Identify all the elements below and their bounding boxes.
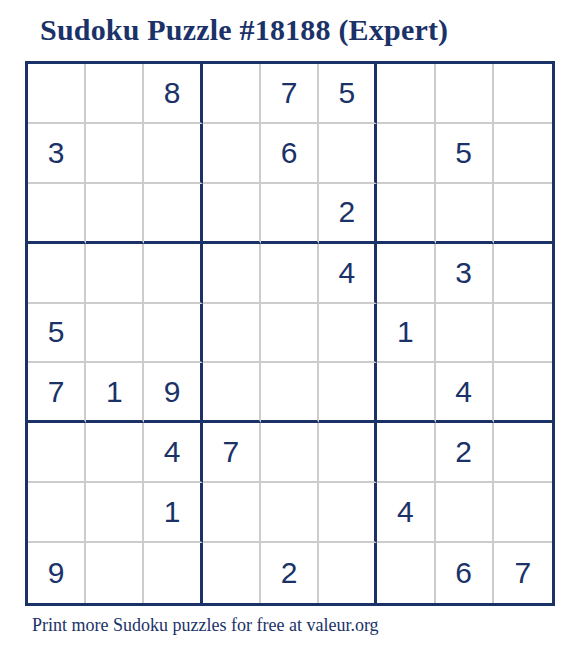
cell-r1c8	[436, 64, 494, 124]
cell-r6c7	[377, 363, 435, 423]
cell-r8c8	[436, 483, 494, 543]
cell-r2c4	[203, 124, 261, 184]
cell-r7c9	[494, 423, 552, 483]
cell-r9c6	[319, 543, 377, 603]
cell-r5c9	[494, 304, 552, 364]
cell-r1c5: 7	[261, 64, 319, 124]
cell-r3c4	[203, 184, 261, 244]
cell-r6c1: 7	[28, 363, 86, 423]
cell-r7c5	[261, 423, 319, 483]
cell-r5c5	[261, 304, 319, 364]
cell-r8c9	[494, 483, 552, 543]
cell-r5c8	[436, 304, 494, 364]
cell-r4c5	[261, 244, 319, 304]
cell-r7c7	[377, 423, 435, 483]
cell-r3c2	[86, 184, 144, 244]
cell-r9c7	[377, 543, 435, 603]
cell-r1c7	[377, 64, 435, 124]
cell-r2c1: 3	[28, 124, 86, 184]
cell-r6c2: 1	[86, 363, 144, 423]
cell-r5c2	[86, 304, 144, 364]
cell-r1c3: 8	[144, 64, 202, 124]
cell-r1c2	[86, 64, 144, 124]
cell-r6c9	[494, 363, 552, 423]
cell-r9c2	[86, 543, 144, 603]
cell-r4c3	[144, 244, 202, 304]
cell-r4c7	[377, 244, 435, 304]
cell-r7c6	[319, 423, 377, 483]
cell-r6c4	[203, 363, 261, 423]
cell-r3c6: 2	[319, 184, 377, 244]
cell-r3c1	[28, 184, 86, 244]
cell-r8c2	[86, 483, 144, 543]
cell-r5c7: 1	[377, 304, 435, 364]
cell-r7c8: 2	[436, 423, 494, 483]
cell-r9c1: 9	[28, 543, 86, 603]
cell-r8c4	[203, 483, 261, 543]
cell-r5c6	[319, 304, 377, 364]
cell-r8c3: 1	[144, 483, 202, 543]
cell-r1c1	[28, 64, 86, 124]
footer-text: Print more Sudoku puzzles for free at va…	[32, 615, 379, 636]
cell-r6c6	[319, 363, 377, 423]
cell-r4c1	[28, 244, 86, 304]
cell-r6c5	[261, 363, 319, 423]
cell-r6c8: 4	[436, 363, 494, 423]
cell-r2c5: 6	[261, 124, 319, 184]
cell-r4c2	[86, 244, 144, 304]
cell-r2c9	[494, 124, 552, 184]
cell-r4c6: 4	[319, 244, 377, 304]
cell-r9c3	[144, 543, 202, 603]
cell-r2c3	[144, 124, 202, 184]
cell-r4c8: 3	[436, 244, 494, 304]
cell-r2c6	[319, 124, 377, 184]
cell-r1c9	[494, 64, 552, 124]
cell-r2c2	[86, 124, 144, 184]
cell-r1c4	[203, 64, 261, 124]
page-title: Sudoku Puzzle #18188 (Expert)	[40, 13, 448, 47]
cell-r1c6: 5	[319, 64, 377, 124]
cell-r9c8: 6	[436, 543, 494, 603]
cell-r2c8: 5	[436, 124, 494, 184]
sudoku-board: 875365243517194472149267	[25, 61, 555, 606]
cell-r3c7	[377, 184, 435, 244]
cell-r7c3: 4	[144, 423, 202, 483]
cell-r3c8	[436, 184, 494, 244]
cell-r4c4	[203, 244, 261, 304]
cell-r3c5	[261, 184, 319, 244]
cell-r9c9: 7	[494, 543, 552, 603]
cell-r3c9	[494, 184, 552, 244]
cell-r8c1	[28, 483, 86, 543]
cell-r6c3: 9	[144, 363, 202, 423]
cell-r5c4	[203, 304, 261, 364]
cell-r8c7: 4	[377, 483, 435, 543]
cell-r8c6	[319, 483, 377, 543]
cell-r7c1	[28, 423, 86, 483]
cell-r8c5	[261, 483, 319, 543]
cell-r5c1: 5	[28, 304, 86, 364]
cell-r9c4	[203, 543, 261, 603]
cell-r7c2	[86, 423, 144, 483]
cell-r4c9	[494, 244, 552, 304]
cell-r9c5: 2	[261, 543, 319, 603]
cell-r3c3	[144, 184, 202, 244]
cell-r2c7	[377, 124, 435, 184]
cell-r5c3	[144, 304, 202, 364]
cell-r7c4: 7	[203, 423, 261, 483]
